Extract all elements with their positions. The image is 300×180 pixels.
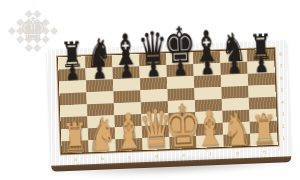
file-label-h: h bbox=[256, 149, 272, 156]
square-a4[interactable] bbox=[60, 104, 87, 117]
square-d8[interactable]: ♛ bbox=[139, 53, 166, 66]
square-e4[interactable] bbox=[168, 100, 195, 113]
rank-coordinates: 87654321 bbox=[276, 48, 289, 144]
square-a2[interactable]: ♟ bbox=[61, 128, 88, 141]
square-h2[interactable]: ♟ bbox=[250, 121, 277, 134]
square-f7[interactable]: ♟ bbox=[193, 63, 220, 76]
file-label-e: e bbox=[175, 152, 191, 159]
square-d2[interactable]: ♟ bbox=[142, 125, 169, 138]
square-d4[interactable] bbox=[141, 101, 168, 114]
square-g3[interactable] bbox=[222, 110, 249, 123]
square-c3[interactable] bbox=[114, 114, 141, 127]
square-f5[interactable] bbox=[194, 87, 221, 100]
square-h6[interactable] bbox=[248, 73, 275, 86]
file-label-b: b bbox=[94, 155, 110, 162]
file-label-g: g bbox=[229, 150, 245, 157]
square-d7[interactable]: ♟ bbox=[139, 65, 166, 78]
product-photo: ♚ ♜♞♝♛♚♝♞♜♟♟♟♟♟♟♟♟♟♟♟♟♟♟♟♟♜♞♝♛♚♝♞♜ abcde… bbox=[0, 0, 300, 180]
square-a7[interactable]: ♟ bbox=[58, 68, 85, 81]
board-frame: ♜♞♝♛♚♝♞♜♟♟♟♟♟♟♟♟♟♟♟♟♟♟♟♟♜♞♝♛♚♝♞♜ abcdefg… bbox=[47, 40, 292, 167]
square-e8[interactable]: ♚ bbox=[166, 52, 193, 65]
rank-label-8: 8 bbox=[278, 51, 284, 58]
square-f4[interactable] bbox=[195, 99, 222, 112]
file-label-d: d bbox=[148, 153, 164, 160]
square-g4[interactable] bbox=[222, 98, 249, 111]
square-g6[interactable] bbox=[221, 74, 248, 87]
square-c4[interactable] bbox=[114, 102, 141, 115]
square-d3[interactable] bbox=[141, 113, 168, 126]
chess-board: ♜♞♝♛♚♝♞♜♟♟♟♟♟♟♟♟♟♟♟♟♟♟♟♟♜♞♝♛♚♝♞♜ abcdefg… bbox=[47, 40, 292, 172]
square-b2[interactable]: ♟ bbox=[88, 127, 115, 140]
square-c7[interactable]: ♟ bbox=[112, 66, 139, 79]
square-g8[interactable]: ♞ bbox=[220, 50, 247, 63]
square-d1[interactable]: ♛ bbox=[142, 137, 169, 150]
file-label-c: c bbox=[121, 154, 137, 161]
square-h7[interactable]: ♟ bbox=[247, 61, 274, 74]
square-g1[interactable]: ♞ bbox=[223, 134, 250, 147]
square-e6[interactable] bbox=[167, 76, 194, 89]
square-c5[interactable] bbox=[113, 90, 140, 103]
square-e1[interactable]: ♚ bbox=[169, 136, 196, 149]
square-f6[interactable] bbox=[194, 75, 221, 88]
square-e5[interactable] bbox=[167, 88, 194, 101]
square-c2[interactable]: ♟ bbox=[115, 126, 142, 139]
square-c8[interactable]: ♝ bbox=[112, 54, 139, 67]
square-g5[interactable] bbox=[221, 86, 248, 99]
square-a1[interactable]: ♜ bbox=[61, 140, 88, 153]
square-b6[interactable] bbox=[86, 79, 113, 92]
square-d6[interactable] bbox=[140, 77, 167, 90]
square-b7[interactable]: ♟ bbox=[85, 67, 112, 80]
square-f8[interactable]: ♝ bbox=[193, 51, 220, 64]
square-a3[interactable] bbox=[60, 116, 87, 129]
square-a5[interactable] bbox=[59, 92, 86, 105]
square-g7[interactable]: ♟ bbox=[220, 62, 247, 75]
square-f3[interactable] bbox=[195, 111, 222, 124]
square-e3[interactable] bbox=[168, 112, 195, 125]
rank-label-5: 5 bbox=[279, 87, 285, 94]
square-a8[interactable]: ♜ bbox=[58, 56, 85, 69]
square-e2[interactable]: ♟ bbox=[169, 124, 196, 137]
square-b5[interactable] bbox=[86, 91, 113, 104]
square-h3[interactable] bbox=[249, 109, 276, 122]
square-h1[interactable]: ♜ bbox=[250, 133, 277, 146]
square-g2[interactable]: ♟ bbox=[223, 122, 250, 135]
board-squares: ♜♞♝♛♚♝♞♜♟♟♟♟♟♟♟♟♟♟♟♟♟♟♟♟♜♞♝♛♚♝♞♜ bbox=[58, 49, 278, 154]
rank-label-1: 1 bbox=[281, 135, 287, 142]
square-h8[interactable]: ♜ bbox=[247, 49, 274, 62]
square-c1[interactable]: ♝ bbox=[115, 138, 142, 151]
square-b4[interactable] bbox=[87, 103, 114, 116]
rank-label-3: 3 bbox=[280, 111, 286, 118]
square-a6[interactable] bbox=[59, 80, 86, 93]
square-f1[interactable]: ♝ bbox=[196, 135, 223, 148]
square-b8[interactable]: ♞ bbox=[85, 55, 112, 68]
square-d5[interactable] bbox=[140, 89, 167, 102]
square-b1[interactable]: ♞ bbox=[88, 139, 115, 152]
rank-label-7: 7 bbox=[278, 63, 284, 70]
file-label-f: f bbox=[202, 151, 218, 158]
file-label-a: a bbox=[67, 156, 83, 163]
square-h4[interactable] bbox=[249, 97, 276, 110]
square-b3[interactable] bbox=[87, 115, 114, 128]
rank-label-4: 4 bbox=[280, 99, 286, 106]
square-h5[interactable] bbox=[248, 85, 275, 98]
square-c6[interactable] bbox=[113, 78, 140, 91]
rank-label-6: 6 bbox=[279, 75, 285, 82]
chess-king-icon: ♚ bbox=[19, 13, 48, 45]
square-e7[interactable]: ♟ bbox=[166, 64, 193, 77]
rank-label-2: 2 bbox=[281, 123, 287, 130]
square-f2[interactable]: ♟ bbox=[196, 123, 223, 136]
